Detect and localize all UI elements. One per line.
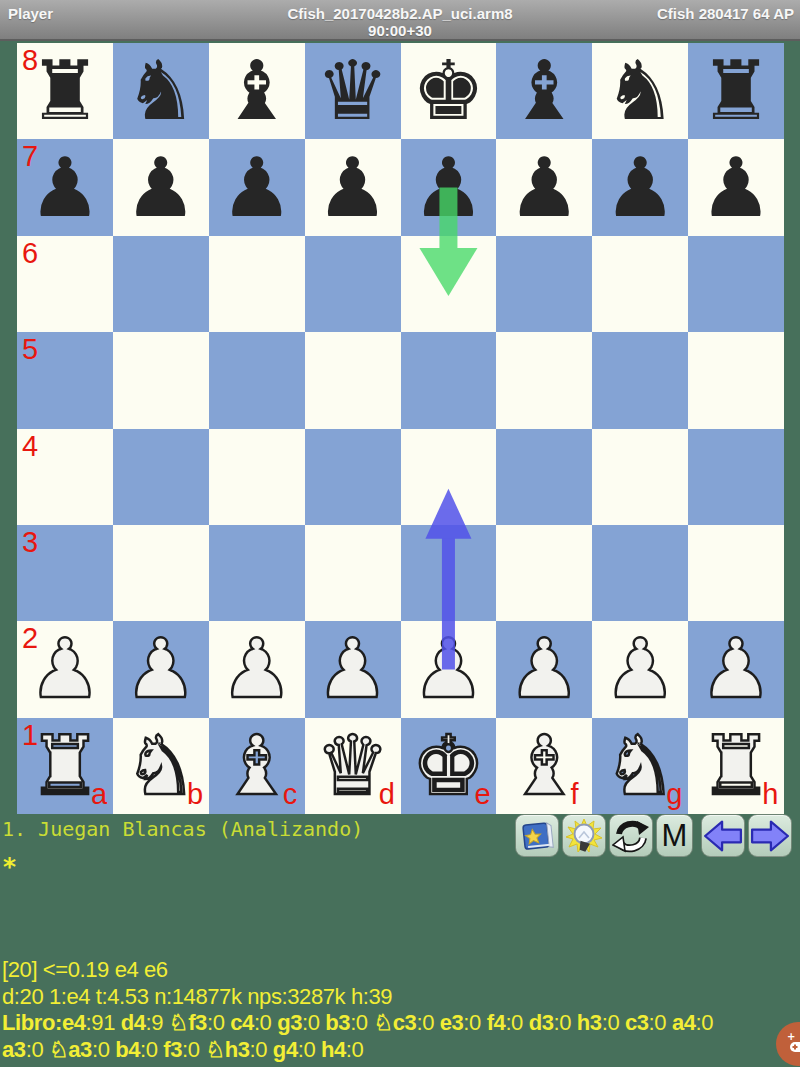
- piece-black-bishop: ♝: [220, 43, 294, 139]
- piece-black-queen: ♛: [316, 43, 390, 139]
- piece-white-pawn: ♟: [316, 621, 390, 717]
- piece-white-bishop: ♝: [220, 718, 294, 814]
- piece-black-bishop: ♝: [508, 43, 582, 139]
- square-e8[interactable]: ♚: [401, 43, 497, 139]
- square-a2[interactable]: ♟: [17, 621, 113, 717]
- piece-black-pawn: ♟: [124, 140, 198, 236]
- game-result-marker: *: [2, 852, 17, 881]
- square-e2[interactable]: ♟: [401, 621, 497, 717]
- square-d6[interactable]: [305, 236, 401, 332]
- move-mode-label: M: [662, 818, 688, 854]
- square-h6[interactable]: [688, 236, 784, 332]
- square-c6[interactable]: [209, 236, 305, 332]
- square-g3[interactable]: [592, 525, 688, 621]
- square-h7[interactable]: ♟: [688, 139, 784, 235]
- piece-white-pawn: ♟: [699, 621, 773, 717]
- square-g4[interactable]: [592, 429, 688, 525]
- square-c7[interactable]: ♟: [209, 139, 305, 235]
- move-mode-button[interactable]: M: [656, 814, 693, 857]
- piece-white-bishop: ♝: [508, 718, 582, 814]
- square-g1[interactable]: ♞: [592, 718, 688, 814]
- square-a3[interactable]: [17, 525, 113, 621]
- piece-black-rook: ♜: [28, 43, 102, 139]
- square-b8[interactable]: ♞: [113, 43, 209, 139]
- square-h1[interactable]: ♜: [688, 718, 784, 814]
- square-g5[interactable]: [592, 332, 688, 428]
- square-h3[interactable]: [688, 525, 784, 621]
- lightbulb-icon: [565, 818, 603, 854]
- square-b2[interactable]: ♟: [113, 621, 209, 717]
- square-e4[interactable]: [401, 429, 497, 525]
- top-status-bar: Player Cfish_20170428b2.AP_uci.arm8 Cfis…: [0, 0, 800, 41]
- piece-black-knight: ♞: [124, 43, 198, 139]
- flip-refresh-button[interactable]: [609, 814, 653, 857]
- square-f5[interactable]: [496, 332, 592, 428]
- square-b5[interactable]: [113, 332, 209, 428]
- move-list-line: 1. Juegan Blancas (Analizando): [2, 817, 363, 841]
- square-a4[interactable]: [17, 429, 113, 525]
- piece-white-pawn: ♟: [220, 621, 294, 717]
- piece-white-king: ♚: [412, 718, 486, 814]
- square-a6[interactable]: [17, 236, 113, 332]
- piece-black-pawn: ♟: [699, 140, 773, 236]
- square-a1[interactable]: ♜: [17, 718, 113, 814]
- svg-text:+: +: [787, 1031, 795, 1042]
- hint-button[interactable]: [562, 814, 606, 857]
- left-arrow-icon: [703, 819, 743, 853]
- book-moves-line-1: Libro:e4:91 d4:9 ♘f3:0 c4:0 g3:0 b3:0 ♘c…: [2, 1010, 800, 1037]
- square-h2[interactable]: ♟: [688, 621, 784, 717]
- gamepad-icon: +: [785, 1031, 800, 1057]
- book-icon: [519, 819, 555, 853]
- square-e1[interactable]: ♚: [401, 718, 497, 814]
- time-control-label: 90:00+30: [368, 22, 432, 39]
- book-moves-line-2: a3:0 ♘a3:0 b4:0 f3:0 ♘h3:0 g4:0 h4:0: [2, 1037, 800, 1064]
- square-b3[interactable]: [113, 525, 209, 621]
- square-h4[interactable]: [688, 429, 784, 525]
- square-h5[interactable]: [688, 332, 784, 428]
- engine-analysis: [20] <=0.19 e4 e6 d:20 1:e4 t:4.53 n:148…: [2, 957, 800, 1063]
- previous-move-button[interactable]: [701, 814, 745, 857]
- square-d3[interactable]: [305, 525, 401, 621]
- refresh-icon: [612, 818, 650, 854]
- square-c2[interactable]: ♟: [209, 621, 305, 717]
- square-c8[interactable]: ♝: [209, 43, 305, 139]
- piece-white-pawn: ♟: [508, 621, 582, 717]
- board: ♜♞♝♛♚♝♞♜♟♟♟♟♟♟♟♟♟♟♟♟♟♟♟♟♜♞♝♛♚♝♞♜: [17, 43, 784, 814]
- square-f8[interactable]: ♝: [496, 43, 592, 139]
- square-f2[interactable]: ♟: [496, 621, 592, 717]
- square-b6[interactable]: [113, 236, 209, 332]
- piece-black-rook: ♜: [699, 43, 773, 139]
- square-a8[interactable]: ♜: [17, 43, 113, 139]
- square-g2[interactable]: ♟: [592, 621, 688, 717]
- square-b4[interactable]: [113, 429, 209, 525]
- square-a5[interactable]: [17, 332, 113, 428]
- piece-white-pawn: ♟: [603, 621, 677, 717]
- board-area: ♜♞♝♛♚♝♞♜♟♟♟♟♟♟♟♟♟♟♟♟♟♟♟♟♜♞♝♛♚♝♞♜ 8765432…: [17, 43, 784, 814]
- square-f4[interactable]: [496, 429, 592, 525]
- square-b7[interactable]: ♟: [113, 139, 209, 235]
- piece-white-pawn: ♟: [124, 621, 198, 717]
- square-h8[interactable]: ♜: [688, 43, 784, 139]
- square-d2[interactable]: ♟: [305, 621, 401, 717]
- piece-black-pawn: ♟: [316, 140, 390, 236]
- square-a7[interactable]: ♟: [17, 139, 113, 235]
- square-d1[interactable]: ♛: [305, 718, 401, 814]
- chess-app-screen: Player Cfish_20170428b2.AP_uci.arm8 Cfis…: [0, 0, 800, 1067]
- square-d5[interactable]: [305, 332, 401, 428]
- square-f1[interactable]: ♝: [496, 718, 592, 814]
- right-arrow-icon: [750, 819, 790, 853]
- piece-black-pawn: ♟: [603, 140, 677, 236]
- square-f7[interactable]: ♟: [496, 139, 592, 235]
- opening-book-button[interactable]: [515, 814, 559, 857]
- piece-white-rook: ♜: [699, 718, 773, 814]
- square-e6[interactable]: [401, 236, 497, 332]
- square-f3[interactable]: [496, 525, 592, 621]
- square-b1[interactable]: ♞: [113, 718, 209, 814]
- square-g6[interactable]: [592, 236, 688, 332]
- square-c3[interactable]: [209, 525, 305, 621]
- engine-title: Cfish_20170428b2.AP_uci.arm8: [287, 5, 512, 22]
- piece-black-pawn: ♟: [28, 140, 102, 236]
- piece-white-knight: ♞: [124, 718, 198, 814]
- square-g8[interactable]: ♞: [592, 43, 688, 139]
- engine-short-title: Cfish 280417 64 AP: [657, 5, 794, 22]
- square-e5[interactable]: [401, 332, 497, 428]
- piece-black-knight: ♞: [603, 43, 677, 139]
- piece-black-king: ♚: [412, 43, 486, 139]
- square-c4[interactable]: [209, 429, 305, 525]
- square-f6[interactable]: [496, 236, 592, 332]
- square-d8[interactable]: ♛: [305, 43, 401, 139]
- square-e7[interactable]: ♟: [401, 139, 497, 235]
- piece-black-pawn: ♟: [508, 140, 582, 236]
- square-e3[interactable]: [401, 525, 497, 621]
- player-name-label: Player: [8, 5, 53, 22]
- square-d7[interactable]: ♟: [305, 139, 401, 235]
- square-c1[interactable]: ♝: [209, 718, 305, 814]
- piece-black-pawn: ♟: [412, 140, 486, 236]
- square-d4[interactable]: [305, 429, 401, 525]
- piece-black-pawn: ♟: [220, 140, 294, 236]
- piece-white-queen: ♛: [316, 718, 390, 814]
- square-g7[interactable]: ♟: [592, 139, 688, 235]
- piece-white-pawn: ♟: [412, 621, 486, 717]
- piece-white-knight: ♞: [603, 718, 677, 814]
- square-c5[interactable]: [209, 332, 305, 428]
- piece-white-pawn: ♟: [28, 621, 102, 717]
- analysis-stats-line: d:20 1:e4 t:4.53 n:14877k nps:3287k h:39: [2, 984, 800, 1011]
- analysis-score-line: [20] <=0.19 e4 e6: [2, 957, 800, 984]
- piece-white-rook: ♜: [28, 718, 102, 814]
- next-move-button[interactable]: [748, 814, 792, 857]
